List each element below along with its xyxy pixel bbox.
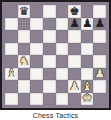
square-c3[interactable] bbox=[30, 68, 43, 81]
square-d3[interactable] bbox=[43, 68, 56, 81]
square-d5[interactable] bbox=[43, 43, 56, 56]
square-g8[interactable] bbox=[81, 5, 94, 18]
square-d7[interactable] bbox=[43, 18, 56, 31]
square-b1[interactable] bbox=[18, 93, 31, 106]
square-b8[interactable]: ♛ bbox=[18, 5, 31, 18]
square-h7[interactable]: ♟ bbox=[93, 18, 106, 31]
square-b3[interactable] bbox=[18, 68, 31, 81]
square-f1[interactable] bbox=[68, 93, 81, 106]
square-c1[interactable] bbox=[30, 93, 43, 106]
chess-board[interactable]: ♛♚♟♟♟♞♝♟♟♝♚ bbox=[5, 5, 106, 105]
square-f5[interactable] bbox=[68, 43, 81, 56]
square-b7[interactable] bbox=[18, 18, 31, 31]
square-g6[interactable] bbox=[81, 30, 94, 43]
square-c4[interactable] bbox=[30, 55, 43, 68]
caption-chess-tactics: Chess Tactics bbox=[0, 110, 111, 120]
board-frame: ♛♚♟♟♟♞♝♟♟♝♚ bbox=[0, 0, 111, 110]
square-a3[interactable]: ♝ bbox=[5, 68, 18, 81]
square-g4[interactable] bbox=[81, 55, 94, 68]
square-b4[interactable]: ♞ bbox=[18, 55, 31, 68]
square-f7[interactable]: ♟ bbox=[68, 18, 81, 31]
white-pawn-piece[interactable]: ♟ bbox=[95, 68, 105, 80]
square-g5[interactable] bbox=[81, 43, 94, 56]
square-e1[interactable] bbox=[56, 93, 69, 106]
square-g3[interactable] bbox=[81, 68, 94, 81]
square-f6[interactable] bbox=[68, 30, 81, 43]
square-a4[interactable] bbox=[5, 55, 18, 68]
square-b6[interactable] bbox=[18, 30, 31, 43]
square-g7[interactable]: ♟ bbox=[81, 18, 94, 31]
square-d8[interactable] bbox=[43, 5, 56, 18]
white-bishop-piece[interactable]: ♝ bbox=[6, 68, 16, 80]
square-h6[interactable] bbox=[93, 30, 106, 43]
black-pawn-piece[interactable]: ♟ bbox=[95, 18, 105, 30]
square-e5[interactable] bbox=[56, 43, 69, 56]
black-pawn-piece[interactable]: ♟ bbox=[69, 18, 79, 30]
black-queen-piece[interactable]: ♛ bbox=[19, 5, 29, 17]
square-c6[interactable] bbox=[30, 30, 43, 43]
square-h5[interactable] bbox=[93, 43, 106, 56]
square-e4[interactable] bbox=[56, 55, 69, 68]
chess-tactics-thumbnail: ♛♚♟♟♟♞♝♟♟♝♚ Chess Tactics bbox=[0, 0, 111, 120]
square-e8[interactable] bbox=[56, 5, 69, 18]
square-h1[interactable] bbox=[93, 93, 106, 106]
square-f3[interactable] bbox=[68, 68, 81, 81]
square-c8[interactable] bbox=[30, 5, 43, 18]
square-a2[interactable] bbox=[5, 80, 18, 93]
white-king-piece[interactable]: ♚ bbox=[82, 93, 92, 105]
square-f4[interactable] bbox=[68, 55, 81, 68]
white-bishop-piece[interactable]: ♝ bbox=[82, 80, 92, 92]
black-king-piece[interactable]: ♚ bbox=[69, 5, 79, 17]
square-h2[interactable] bbox=[93, 80, 106, 93]
square-b5[interactable] bbox=[18, 43, 31, 56]
square-b2[interactable] bbox=[18, 80, 31, 93]
square-g1[interactable]: ♚ bbox=[81, 93, 94, 106]
square-h8[interactable] bbox=[93, 5, 106, 18]
square-g2[interactable]: ♝ bbox=[81, 80, 94, 93]
square-h4[interactable] bbox=[93, 55, 106, 68]
square-f8[interactable]: ♚ bbox=[68, 5, 81, 18]
square-d1[interactable] bbox=[43, 93, 56, 106]
square-a5[interactable] bbox=[5, 43, 18, 56]
square-d4[interactable] bbox=[43, 55, 56, 68]
white-knight-piece[interactable]: ♞ bbox=[19, 55, 29, 67]
square-a6[interactable] bbox=[5, 30, 18, 43]
black-pawn-piece[interactable]: ♟ bbox=[82, 18, 92, 30]
square-a7[interactable] bbox=[5, 18, 18, 31]
square-f2[interactable]: ♟ bbox=[68, 80, 81, 93]
square-d6[interactable] bbox=[43, 30, 56, 43]
square-c7[interactable] bbox=[30, 18, 43, 31]
square-c2[interactable] bbox=[30, 80, 43, 93]
square-e2[interactable] bbox=[56, 80, 69, 93]
white-pawn-piece[interactable]: ♟ bbox=[69, 80, 79, 92]
square-d2[interactable] bbox=[43, 80, 56, 93]
square-e3[interactable] bbox=[56, 68, 69, 81]
square-h3[interactable]: ♟ bbox=[93, 68, 106, 81]
square-e7[interactable] bbox=[56, 18, 69, 31]
square-c5[interactable] bbox=[30, 43, 43, 56]
square-a8[interactable] bbox=[5, 5, 18, 18]
square-a1[interactable] bbox=[5, 93, 18, 106]
square-e6[interactable] bbox=[56, 30, 69, 43]
